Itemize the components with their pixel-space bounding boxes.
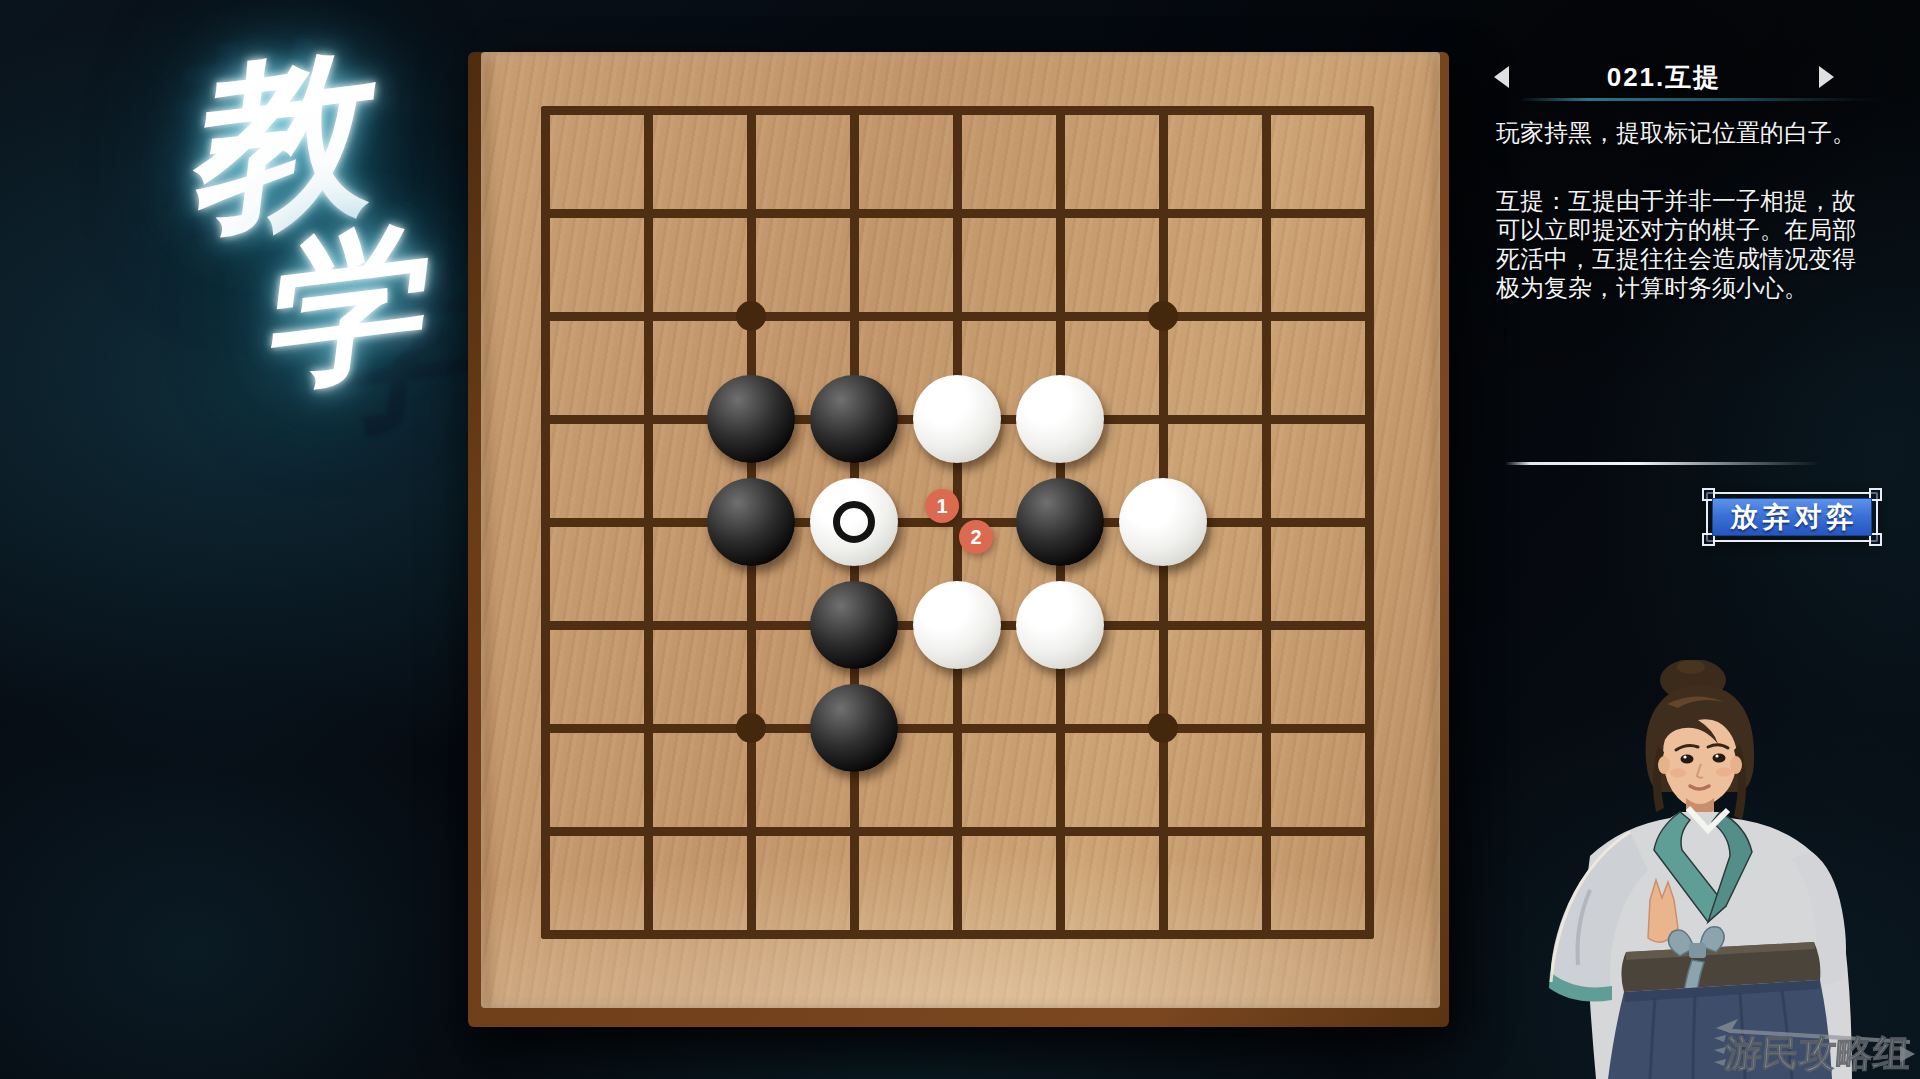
- move-marker-2[interactable]: 2: [959, 520, 993, 554]
- grid-line-horizontal: [541, 724, 1374, 733]
- black-stone: [810, 375, 898, 463]
- star-point: [736, 713, 766, 743]
- abandon-button-label: 放弃对弈: [1726, 499, 1859, 535]
- move-marker-1[interactable]: 1: [925, 489, 959, 523]
- capture-target-ring-marker: [833, 501, 875, 543]
- star-point: [1148, 713, 1178, 743]
- next-lesson-arrow-icon[interactable]: [1819, 66, 1834, 88]
- white-stone: [913, 375, 1001, 463]
- tutorial-calligraphy: 教 学 教 学: [26, 0, 433, 510]
- white-stone: [1016, 375, 1104, 463]
- black-stone: [707, 478, 795, 566]
- panel-divider: [1505, 462, 1820, 465]
- black-stone: [810, 581, 898, 669]
- grid-line-horizontal: [541, 518, 1374, 527]
- go-board-frame: 12: [468, 52, 1449, 1027]
- watermark: 游民攻略组: [1712, 1012, 1917, 1076]
- watermark-text: 游民攻略组: [1723, 1032, 1912, 1074]
- lesson-description-text: 互提：互提由于并非一子相提，故可以立即提还对方的棋子。在局部死活中，互提往往会造…: [1496, 186, 1868, 302]
- game-screen: 教 学 教 学 12 021.互提 玩家持黑，提取标记位置的白子。 互提：互提由…: [0, 0, 1920, 1079]
- go-board[interactable]: 12: [481, 52, 1440, 1008]
- white-stone: [913, 581, 1001, 669]
- white-stone: [1119, 478, 1207, 566]
- black-stone: [1016, 478, 1104, 566]
- button-fill: 放弃对弈: [1712, 498, 1872, 536]
- star-point: [1148, 301, 1178, 331]
- grid-line-vertical: [1365, 106, 1374, 939]
- prev-lesson-arrow-icon[interactable]: [1494, 66, 1509, 88]
- button-frame: 放弃对弈: [1706, 492, 1878, 542]
- abandon-game-button[interactable]: 放弃对弈: [1706, 492, 1878, 542]
- grid-line-horizontal: [541, 930, 1374, 939]
- black-stone: [707, 375, 795, 463]
- star-point: [736, 301, 766, 331]
- lesson-goal-text: 玩家持黑，提取标记位置的白子。: [1496, 118, 1868, 147]
- black-stone: [810, 684, 898, 772]
- grid-line-vertical: [1262, 106, 1271, 939]
- title-underline: [1522, 98, 1888, 101]
- calligraphy-char: 学: [246, 193, 431, 427]
- lesson-title: 021.互提: [1607, 60, 1722, 95]
- white-stone: [810, 478, 898, 566]
- grid-line-horizontal: [541, 827, 1374, 836]
- white-stone: [1016, 581, 1104, 669]
- lesson-title-row: 021.互提: [1494, 60, 1834, 94]
